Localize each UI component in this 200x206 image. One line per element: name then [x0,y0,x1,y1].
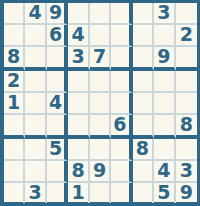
cell-r1c2-given-4[interactable]: 4 [25,3,46,25]
cell-r6c6-given-6[interactable]: 6 [111,115,132,139]
cell-r9c9-given-9[interactable]: 9 [176,183,197,203]
sudoku-board: 4936428379214685889433159 [0,0,200,206]
cell-r1c4-empty[interactable] [68,3,89,25]
cell-r7c2-empty[interactable] [25,139,46,161]
cell-r8c6-empty[interactable] [111,161,132,183]
cell-r2c5-empty[interactable] [90,25,111,47]
cell-r7c8-empty[interactable] [154,139,175,161]
cell-r8c1-empty[interactable] [4,161,25,183]
cell-r2c1-empty[interactable] [4,25,25,47]
cell-r9c1-empty[interactable] [4,183,25,203]
cell-r6c8-empty[interactable] [154,115,175,139]
cell-r4c9-empty[interactable] [176,71,197,93]
cell-r4c1-given-2[interactable]: 2 [4,71,25,93]
cell-r9c7-empty[interactable] [133,183,154,203]
cell-r6c1-empty[interactable] [4,115,25,139]
cell-r5c3-given-4[interactable]: 4 [47,93,68,115]
cell-r6c4-empty[interactable] [68,115,89,139]
cell-r2c4-given-4[interactable]: 4 [68,25,89,47]
cell-r1c3-given-9[interactable]: 9 [47,3,68,25]
cell-r3c1-given-8[interactable]: 8 [4,47,25,71]
cell-r8c8-given-4[interactable]: 4 [154,161,175,183]
cell-r1c8-given-3[interactable]: 3 [154,3,175,25]
cell-r9c2-given-3[interactable]: 3 [25,183,46,203]
cell-r6c3-empty[interactable] [47,115,68,139]
cell-r3c9-empty[interactable] [176,47,197,71]
cell-r8c3-empty[interactable] [47,161,68,183]
cell-r3c4-given-3[interactable]: 3 [68,47,89,71]
cell-r9c8-given-5[interactable]: 5 [154,183,175,203]
cell-r5c1-given-1[interactable]: 1 [4,93,25,115]
cell-r1c5-empty[interactable] [90,3,111,25]
cell-r8c7-empty[interactable] [133,161,154,183]
cell-r2c3-given-6[interactable]: 6 [47,25,68,47]
cell-r1c9-empty[interactable] [176,3,197,25]
cell-r1c7-empty[interactable] [133,3,154,25]
cell-r7c6-empty[interactable] [111,139,132,161]
cell-r4c5-empty[interactable] [90,71,111,93]
cell-r3c7-empty[interactable] [133,47,154,71]
cell-r6c9-given-8[interactable]: 8 [176,115,197,139]
cell-r9c5-empty[interactable] [90,183,111,203]
cell-r2c9-given-2[interactable]: 2 [176,25,197,47]
cell-r9c6-empty[interactable] [111,183,132,203]
cell-r2c7-empty[interactable] [133,25,154,47]
cell-r8c9-given-3[interactable]: 3 [176,161,197,183]
cell-r2c2-empty[interactable] [25,25,46,47]
cell-r1c6-empty[interactable] [111,3,132,25]
cell-r9c3-empty[interactable] [47,183,68,203]
cell-r6c7-empty[interactable] [133,115,154,139]
cell-r7c1-empty[interactable] [4,139,25,161]
cell-r3c3-empty[interactable] [47,47,68,71]
cell-r3c5-given-7[interactable]: 7 [90,47,111,71]
cell-r4c6-empty[interactable] [111,71,132,93]
cell-r9c4-given-1[interactable]: 1 [68,183,89,203]
cell-r7c4-empty[interactable] [68,139,89,161]
cell-r6c2-empty[interactable] [25,115,46,139]
cell-r5c8-empty[interactable] [154,93,175,115]
cell-r5c2-empty[interactable] [25,93,46,115]
cell-r3c2-empty[interactable] [25,47,46,71]
cell-r5c6-empty[interactable] [111,93,132,115]
cell-r7c3-given-5[interactable]: 5 [47,139,68,161]
cell-r7c7-given-8[interactable]: 8 [133,139,154,161]
cell-r4c8-empty[interactable] [154,71,175,93]
cell-r2c8-empty[interactable] [154,25,175,47]
cell-r4c2-empty[interactable] [25,71,46,93]
cell-r5c9-empty[interactable] [176,93,197,115]
cell-r7c9-empty[interactable] [176,139,197,161]
cell-r5c7-empty[interactable] [133,93,154,115]
cell-r8c5-given-9[interactable]: 9 [90,161,111,183]
cell-r3c8-given-9[interactable]: 9 [154,47,175,71]
cell-r4c7-empty[interactable] [133,71,154,93]
cell-r8c4-given-8[interactable]: 8 [68,161,89,183]
cell-r5c5-empty[interactable] [90,93,111,115]
cell-r8c2-empty[interactable] [25,161,46,183]
cell-r4c3-empty[interactable] [47,71,68,93]
cell-r4c4-empty[interactable] [68,71,89,93]
cell-r2c6-empty[interactable] [111,25,132,47]
cell-r5c4-empty[interactable] [68,93,89,115]
cell-r3c6-empty[interactable] [111,47,132,71]
cell-r1c1-empty[interactable] [4,3,25,25]
cell-r6c5-empty[interactable] [90,115,111,139]
cell-r7c5-empty[interactable] [90,139,111,161]
